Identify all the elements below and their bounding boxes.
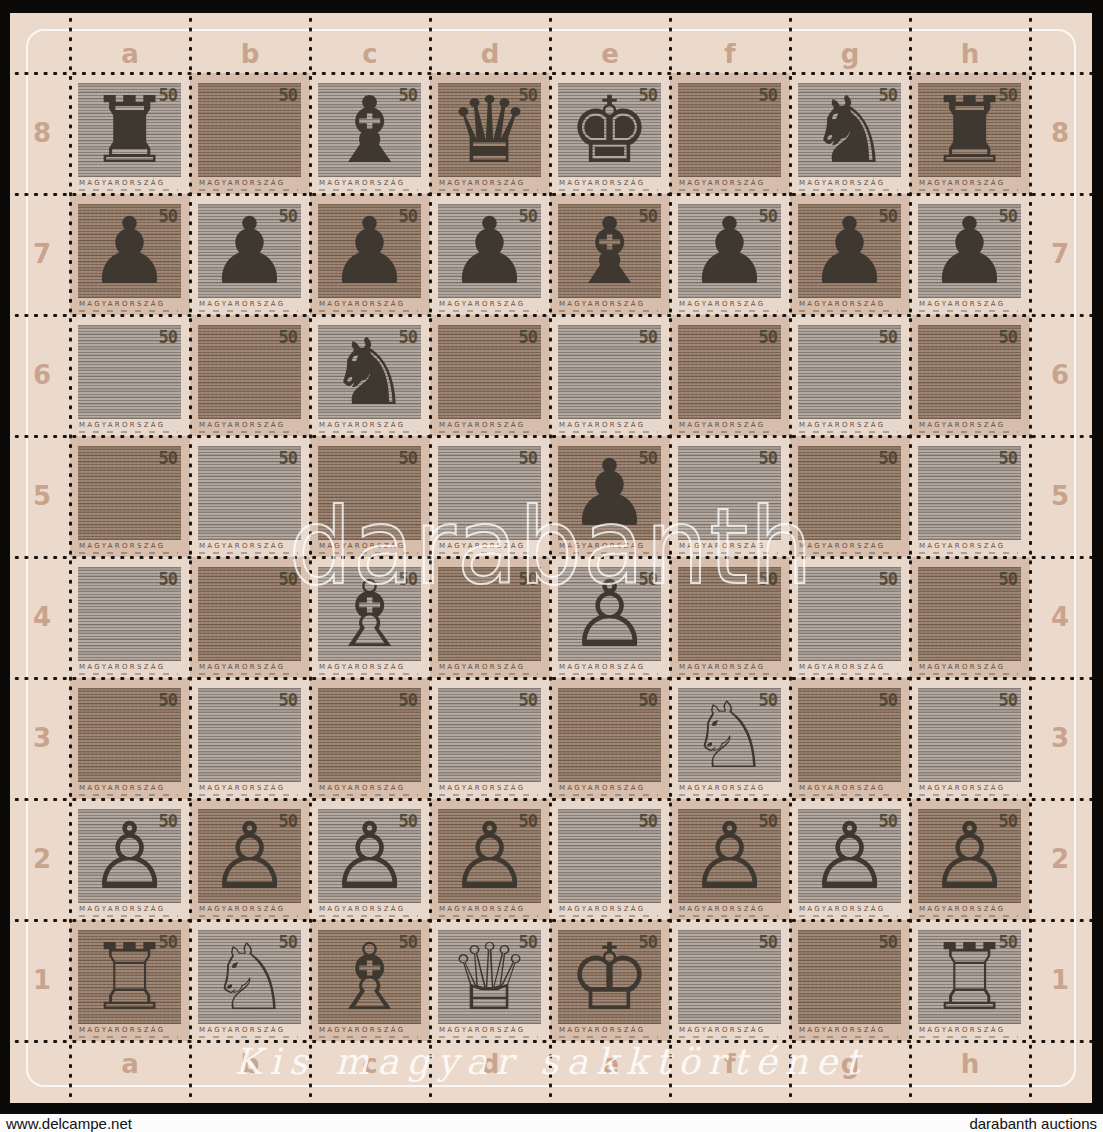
- micro-imprint-line: [679, 673, 778, 675]
- stamp-f8: 50MAGYARORSZÁG: [670, 73, 790, 194]
- stamp-c6: 50♞MAGYARORSZÁG: [310, 315, 430, 436]
- micro-imprint-line: [919, 310, 1018, 312]
- micro-imprint-line: [319, 189, 418, 191]
- country-label: MAGYARORSZÁG: [199, 905, 285, 913]
- file-label-top-c: c: [310, 39, 430, 69]
- black-piece-f7: ♟: [678, 204, 781, 298]
- micro-imprint-line: [199, 794, 298, 796]
- stamp-a2: 50♙MAGYARORSZÁG: [70, 799, 190, 920]
- stamp-design-b7: 50♟: [198, 204, 301, 298]
- micro-imprint-line: [79, 915, 178, 917]
- black-piece-e8: ♚: [558, 83, 661, 177]
- micro-imprint-line: [319, 673, 418, 675]
- country-label: MAGYARORSZÁG: [559, 784, 645, 792]
- rank-label-left-2: 2: [16, 799, 68, 920]
- country-label: MAGYARORSZÁG: [79, 421, 165, 429]
- denomination-label: 50: [159, 448, 177, 468]
- micro-imprint-line: [319, 794, 418, 796]
- stamp-design-h3: 50: [918, 688, 1021, 782]
- micro-imprint-line: [439, 915, 538, 917]
- stamp-design-g8: 50♞: [798, 83, 901, 177]
- denomination-label: 50: [279, 85, 297, 105]
- micro-imprint-line: [199, 915, 298, 917]
- stamp-d1: 50♕MAGYARORSZÁG: [430, 920, 550, 1041]
- stamp-c8: 50♝MAGYARORSZÁG: [310, 73, 430, 194]
- stamp-e8: 50♚MAGYARORSZÁG: [550, 73, 670, 194]
- stamp-d7: 50♟MAGYARORSZÁG: [430, 194, 550, 315]
- country-label: MAGYARORSZÁG: [319, 1026, 405, 1034]
- perforation-row-5: [10, 676, 1092, 681]
- micro-imprint-line: [799, 794, 898, 796]
- micro-imprint-line: [439, 1036, 538, 1038]
- micro-imprint-line: [199, 1036, 298, 1038]
- micro-imprint-line: [799, 915, 898, 917]
- stamp-g3: 50MAGYARORSZÁG: [790, 678, 910, 799]
- stamp-e2: 50MAGYARORSZÁG: [550, 799, 670, 920]
- white-piece-f2: ♙: [678, 809, 781, 903]
- file-label-top-h: h: [910, 39, 1030, 69]
- white-piece-d2: ♙: [438, 809, 541, 903]
- country-label: MAGYARORSZÁG: [319, 905, 405, 913]
- stamp-design-e7: 50♝: [558, 204, 661, 298]
- caption-bottom-right: darabanth auctions: [969, 1115, 1097, 1132]
- stamp-c7: 50♟MAGYARORSZÁG: [310, 194, 430, 315]
- micro-imprint-line: [439, 189, 538, 191]
- stamp-h6: 50MAGYARORSZÁG: [910, 315, 1030, 436]
- black-piece-h8: ♜: [918, 83, 1021, 177]
- country-label: MAGYARORSZÁG: [679, 905, 765, 913]
- black-piece-g7: ♟: [798, 204, 901, 298]
- stamp-sheet: 50♜MAGYARORSZÁG50MAGYARORSZÁG50♝MAGYAROR…: [10, 13, 1092, 1103]
- micro-imprint-line: [439, 431, 538, 433]
- micro-imprint-line: [559, 673, 658, 675]
- stamp-g6: 50MAGYARORSZÁG: [790, 315, 910, 436]
- micro-imprint-line: [439, 673, 538, 675]
- stamp-design-d3: 50: [438, 688, 541, 782]
- stamp-b1: 50♘MAGYARORSZÁG: [190, 920, 310, 1041]
- country-label: MAGYARORSZÁG: [919, 421, 1005, 429]
- country-label: MAGYARORSZÁG: [319, 300, 405, 308]
- micro-imprint-line: [919, 1036, 1018, 1038]
- country-label: MAGYARORSZÁG: [319, 784, 405, 792]
- micro-imprint-line: [679, 794, 778, 796]
- stamp-f3: 50♘MAGYARORSZÁG: [670, 678, 790, 799]
- country-label: MAGYARORSZÁG: [799, 784, 885, 792]
- country-label: MAGYARORSZÁG: [199, 784, 285, 792]
- watermark-darabanth: darabanth: [37, 495, 1065, 600]
- stamp-design-f8: 50: [678, 83, 781, 177]
- denomination-label: 50: [159, 327, 177, 347]
- stamp-b7: 50♟MAGYARORSZÁG: [190, 194, 310, 315]
- micro-imprint-line: [199, 431, 298, 433]
- denomination-label: 50: [279, 448, 297, 468]
- white-piece-h1: ♖: [918, 930, 1021, 1024]
- stamp-design-b2: 50♙: [198, 809, 301, 903]
- rank-label-left-8: 8: [16, 73, 68, 194]
- denomination-label: 50: [759, 448, 777, 468]
- stamp-design-e1: 50♔: [558, 930, 661, 1024]
- black-piece-d8: ♛: [438, 83, 541, 177]
- country-label: MAGYARORSZÁG: [439, 663, 525, 671]
- stamp-design-b8: 50: [198, 83, 301, 177]
- stamp-a3: 50MAGYARORSZÁG: [70, 678, 190, 799]
- stamp-f7: 50♟MAGYARORSZÁG: [670, 194, 790, 315]
- stamp-e3: 50MAGYARORSZÁG: [550, 678, 670, 799]
- country-label: MAGYARORSZÁG: [799, 179, 885, 187]
- rank-label-right-3: 3: [1034, 678, 1086, 799]
- rank-label-right-6: 6: [1034, 315, 1086, 436]
- stamp-h7: 50♟MAGYARORSZÁG: [910, 194, 1030, 315]
- country-label: MAGYARORSZÁG: [439, 421, 525, 429]
- country-label: MAGYARORSZÁG: [559, 905, 645, 913]
- country-label: MAGYARORSZÁG: [559, 1026, 645, 1034]
- micro-imprint-line: [79, 1036, 178, 1038]
- stamp-design-f1: 50: [678, 930, 781, 1024]
- country-label: MAGYARORSZÁG: [79, 905, 165, 913]
- country-label: MAGYARORSZÁG: [199, 179, 285, 187]
- country-label: MAGYARORSZÁG: [559, 179, 645, 187]
- stamp-b2: 50♙MAGYARORSZÁG: [190, 799, 310, 920]
- micro-imprint-line: [199, 189, 298, 191]
- rank-label-right-7: 7: [1034, 194, 1086, 315]
- country-label: MAGYARORSZÁG: [799, 1026, 885, 1034]
- country-label: MAGYARORSZÁG: [679, 1026, 765, 1034]
- micro-imprint-line: [79, 189, 178, 191]
- white-piece-d1: ♕: [438, 930, 541, 1024]
- micro-imprint-line: [199, 673, 298, 675]
- denomination-label: 50: [639, 811, 657, 831]
- white-piece-b2: ♙: [198, 809, 301, 903]
- stamp-design-c1: 50♗: [318, 930, 421, 1024]
- denomination-label: 50: [279, 690, 297, 710]
- stamp-design-c3: 50: [318, 688, 421, 782]
- denomination-label: 50: [999, 690, 1017, 710]
- white-piece-b1: ♘: [198, 930, 301, 1024]
- micro-imprint-line: [799, 673, 898, 675]
- country-label: MAGYARORSZÁG: [199, 300, 285, 308]
- stamp-design-h2: 50♙: [918, 809, 1021, 903]
- country-label: MAGYARORSZÁG: [79, 300, 165, 308]
- white-piece-c1: ♗: [318, 930, 421, 1024]
- stamp-design-g6: 50: [798, 325, 901, 419]
- black-piece-e7: ♝: [558, 204, 661, 298]
- perforation-row-7: [10, 918, 1092, 923]
- country-label: MAGYARORSZÁG: [799, 663, 885, 671]
- stamp-b8: 50MAGYARORSZÁG: [190, 73, 310, 194]
- black-piece-h7: ♟: [918, 204, 1021, 298]
- country-label: MAGYARORSZÁG: [919, 179, 1005, 187]
- country-label: MAGYARORSZÁG: [439, 179, 525, 187]
- stamp-design-d8: 50♛: [438, 83, 541, 177]
- stamp-a7: 50♟MAGYARORSZÁG: [70, 194, 190, 315]
- stamp-design-h7: 50♟: [918, 204, 1021, 298]
- denomination-label: 50: [879, 932, 897, 952]
- country-label: MAGYARORSZÁG: [199, 1026, 285, 1034]
- country-label: MAGYARORSZÁG: [919, 663, 1005, 671]
- file-label-top-f: f: [670, 39, 790, 69]
- black-piece-c8: ♝: [318, 83, 421, 177]
- rank-label-right-1: 1: [1034, 920, 1086, 1041]
- country-label: MAGYARORSZÁG: [79, 1026, 165, 1034]
- stamp-b6: 50MAGYARORSZÁG: [190, 315, 310, 436]
- country-label: MAGYARORSZÁG: [679, 663, 765, 671]
- stamp-design-e6: 50: [558, 325, 661, 419]
- white-piece-g2: ♙: [798, 809, 901, 903]
- country-label: MAGYARORSZÁG: [679, 784, 765, 792]
- stamp-d3: 50MAGYARORSZÁG: [430, 678, 550, 799]
- file-label-top-a: a: [70, 39, 190, 69]
- stamp-design-d1: 50♕: [438, 930, 541, 1024]
- micro-imprint-line: [679, 1036, 778, 1038]
- rank-label-left-7: 7: [16, 194, 68, 315]
- micro-imprint-line: [799, 431, 898, 433]
- stamp-g7: 50♟MAGYARORSZÁG: [790, 194, 910, 315]
- white-piece-a1: ♖: [78, 930, 181, 1024]
- stamp-design-b1: 50♘: [198, 930, 301, 1024]
- stamp-design-a7: 50♟: [78, 204, 181, 298]
- perforation-row-6: [10, 797, 1092, 802]
- stamp-design-d6: 50: [438, 325, 541, 419]
- denomination-label: 50: [519, 327, 537, 347]
- stamp-design-d7: 50♟: [438, 204, 541, 298]
- stamp-c1: 50♗MAGYARORSZÁG: [310, 920, 430, 1041]
- rank-label-right-2: 2: [1034, 799, 1086, 920]
- black-piece-c6: ♞: [318, 325, 421, 419]
- stamp-f6: 50MAGYARORSZÁG: [670, 315, 790, 436]
- stamp-design-c2: 50♙: [318, 809, 421, 903]
- stamp-g1: 50MAGYARORSZÁG: [790, 920, 910, 1041]
- stamp-design-g7: 50♟: [798, 204, 901, 298]
- file-label-top-g: g: [790, 39, 910, 69]
- denomination-label: 50: [519, 448, 537, 468]
- micro-imprint-line: [439, 310, 538, 312]
- denomination-label: 50: [639, 690, 657, 710]
- micro-imprint-line: [559, 431, 658, 433]
- micro-imprint-line: [79, 431, 178, 433]
- stamp-design-f6: 50: [678, 325, 781, 419]
- country-label: MAGYARORSZÁG: [319, 421, 405, 429]
- micro-imprint-line: [679, 431, 778, 433]
- country-label: MAGYARORSZÁG: [919, 784, 1005, 792]
- micro-imprint-line: [79, 310, 178, 312]
- stamp-d2: 50♙MAGYARORSZÁG: [430, 799, 550, 920]
- caption-bottom-left: www.delcampe.net: [6, 1115, 132, 1132]
- country-label: MAGYARORSZÁG: [319, 179, 405, 187]
- black-piece-a8: ♜: [78, 83, 181, 177]
- white-piece-c2: ♙: [318, 809, 421, 903]
- micro-imprint-line: [319, 915, 418, 917]
- denomination-label: 50: [759, 327, 777, 347]
- country-label: MAGYARORSZÁG: [199, 663, 285, 671]
- micro-imprint-line: [919, 915, 1018, 917]
- denomination-label: 50: [879, 448, 897, 468]
- stamp-f2: 50♙MAGYARORSZÁG: [670, 799, 790, 920]
- stamp-design-c8: 50♝: [318, 83, 421, 177]
- micro-imprint-line: [679, 189, 778, 191]
- rank-label-right-8: 8: [1034, 73, 1086, 194]
- micro-imprint-line: [799, 189, 898, 191]
- black-piece-a7: ♟: [78, 204, 181, 298]
- photo-caption-bar: www.delcampe.net darabanth auctions: [0, 1114, 1103, 1132]
- country-label: MAGYARORSZÁG: [319, 663, 405, 671]
- stamp-design-f2: 50♙: [678, 809, 781, 903]
- country-label: MAGYARORSZÁG: [799, 421, 885, 429]
- denomination-label: 50: [399, 690, 417, 710]
- stamp-design-e2: 50: [558, 809, 661, 903]
- sheet-script-title: Kis magyar sakktörténet: [10, 1041, 1092, 1082]
- stamp-design-b3: 50: [198, 688, 301, 782]
- country-label: MAGYARORSZÁG: [679, 179, 765, 187]
- stamp-design-a1: 50♖: [78, 930, 181, 1024]
- micro-imprint-line: [919, 189, 1018, 191]
- stamp-c2: 50♙MAGYARORSZÁG: [310, 799, 430, 920]
- stamp-design-h8: 50♜: [918, 83, 1021, 177]
- black-piece-d7: ♟: [438, 204, 541, 298]
- stamp-design-b6: 50: [198, 325, 301, 419]
- stamp-a8: 50♜MAGYARORSZÁG: [70, 73, 190, 194]
- country-label: MAGYARORSZÁG: [799, 905, 885, 913]
- stamp-d6: 50MAGYARORSZÁG: [430, 315, 550, 436]
- stamp-e6: 50MAGYARORSZÁG: [550, 315, 670, 436]
- country-label: MAGYARORSZÁG: [919, 905, 1005, 913]
- denomination-label: 50: [399, 448, 417, 468]
- stamp-g8: 50♞MAGYARORSZÁG: [790, 73, 910, 194]
- micro-imprint-line: [439, 794, 538, 796]
- white-piece-f3: ♘: [678, 688, 781, 782]
- micro-imprint-line: [79, 673, 178, 675]
- micro-imprint-line: [919, 794, 1018, 796]
- denomination-label: 50: [879, 327, 897, 347]
- stamp-design-g3: 50: [798, 688, 901, 782]
- stamp-design-a3: 50: [78, 688, 181, 782]
- denomination-label: 50: [879, 690, 897, 710]
- stamp-h8: 50♜MAGYARORSZÁG: [910, 73, 1030, 194]
- country-label: MAGYARORSZÁG: [919, 1026, 1005, 1034]
- black-piece-c7: ♟: [318, 204, 421, 298]
- micro-imprint-line: [799, 310, 898, 312]
- micro-imprint-line: [559, 310, 658, 312]
- denomination-label: 50: [639, 327, 657, 347]
- file-label-top-d: d: [430, 39, 550, 69]
- denomination-label: 50: [159, 690, 177, 710]
- stamp-design-h6: 50: [918, 325, 1021, 419]
- micro-imprint-line: [919, 431, 1018, 433]
- country-label: MAGYARORSZÁG: [559, 300, 645, 308]
- white-piece-h2: ♙: [918, 809, 1021, 903]
- stamp-design-e3: 50: [558, 688, 661, 782]
- denomination-label: 50: [999, 448, 1017, 468]
- denomination-label: 50: [279, 327, 297, 347]
- stamp-h1: 50♖MAGYARORSZÁG: [910, 920, 1030, 1041]
- micro-imprint-line: [559, 915, 658, 917]
- stamp-h2: 50♙MAGYARORSZÁG: [910, 799, 1030, 920]
- stamp-design-h1: 50♖: [918, 930, 1021, 1024]
- micro-imprint-line: [679, 915, 778, 917]
- stamp-design-e8: 50♚: [558, 83, 661, 177]
- country-label: MAGYARORSZÁG: [79, 663, 165, 671]
- country-label: MAGYARORSZÁG: [79, 784, 165, 792]
- stamp-e7: 50♝MAGYARORSZÁG: [550, 194, 670, 315]
- denomination-label: 50: [759, 932, 777, 952]
- file-label-top-b: b: [190, 39, 310, 69]
- micro-imprint-line: [919, 673, 1018, 675]
- stamp-f1: 50MAGYARORSZÁG: [670, 920, 790, 1041]
- white-piece-a2: ♙: [78, 809, 181, 903]
- country-label: MAGYARORSZÁG: [679, 421, 765, 429]
- country-label: MAGYARORSZÁG: [559, 663, 645, 671]
- stamp-design-d2: 50♙: [438, 809, 541, 903]
- country-label: MAGYARORSZÁG: [679, 300, 765, 308]
- country-label: MAGYARORSZÁG: [919, 300, 1005, 308]
- rank-label-left-3: 3: [16, 678, 68, 799]
- country-label: MAGYARORSZÁG: [439, 1026, 525, 1034]
- stamp-h3: 50MAGYARORSZÁG: [910, 678, 1030, 799]
- file-label-top-e: e: [550, 39, 670, 69]
- micro-imprint-line: [679, 310, 778, 312]
- black-piece-b7: ♟: [198, 204, 301, 298]
- white-piece-e1: ♔: [558, 930, 661, 1024]
- micro-imprint-line: [559, 189, 658, 191]
- micro-imprint-line: [319, 1036, 418, 1038]
- country-label: MAGYARORSZÁG: [199, 421, 285, 429]
- stamp-design-g1: 50: [798, 930, 901, 1024]
- stamp-design-a8: 50♜: [78, 83, 181, 177]
- stamp-b3: 50MAGYARORSZÁG: [190, 678, 310, 799]
- micro-imprint-line: [79, 794, 178, 796]
- stamp-design-g2: 50♙: [798, 809, 901, 903]
- stamp-design-a2: 50♙: [78, 809, 181, 903]
- micro-imprint-line: [319, 310, 418, 312]
- stamp-c3: 50MAGYARORSZÁG: [310, 678, 430, 799]
- stamp-design-f3: 50♘: [678, 688, 781, 782]
- stamp-design-a6: 50: [78, 325, 181, 419]
- country-label: MAGYARORSZÁG: [559, 421, 645, 429]
- stamp-a6: 50MAGYARORSZÁG: [70, 315, 190, 436]
- micro-imprint-line: [199, 310, 298, 312]
- black-piece-g8: ♞: [798, 83, 901, 177]
- denomination-label: 50: [759, 85, 777, 105]
- stamp-design-c6: 50♞: [318, 325, 421, 419]
- stamp-design-c7: 50♟: [318, 204, 421, 298]
- country-label: MAGYARORSZÁG: [439, 784, 525, 792]
- country-label: MAGYARORSZÁG: [439, 905, 525, 913]
- micro-imprint-line: [559, 794, 658, 796]
- rank-label-left-6: 6: [16, 315, 68, 436]
- stamp-d8: 50♛MAGYARORSZÁG: [430, 73, 550, 194]
- stamp-design-f7: 50♟: [678, 204, 781, 298]
- denomination-label: 50: [999, 327, 1017, 347]
- rank-label-left-1: 1: [16, 920, 68, 1041]
- country-label: MAGYARORSZÁG: [439, 300, 525, 308]
- micro-imprint-line: [559, 1036, 658, 1038]
- stamp-a1: 50♖MAGYARORSZÁG: [70, 920, 190, 1041]
- stamp-g2: 50♙MAGYARORSZÁG: [790, 799, 910, 920]
- stamp-e1: 50♔MAGYARORSZÁG: [550, 920, 670, 1041]
- denomination-label: 50: [519, 690, 537, 710]
- country-label: MAGYARORSZÁG: [799, 300, 885, 308]
- micro-imprint-line: [319, 431, 418, 433]
- micro-imprint-line: [799, 1036, 898, 1038]
- country-label: MAGYARORSZÁG: [79, 179, 165, 187]
